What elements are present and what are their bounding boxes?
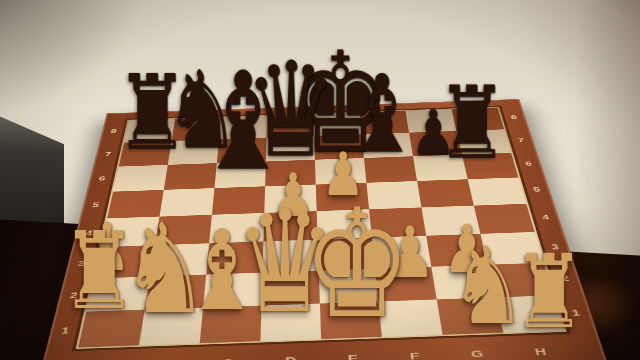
piece-white-knight-b1[interactable]: ♞ [120, 207, 209, 331]
piece-white-rook-h1[interactable]: ♜ [512, 242, 585, 344]
photo-scene: 12345678 12345678 ABCDEFGH ♜♞♝♛♚♝♟♜♜♟♞♝♛… [0, 0, 640, 360]
piece-black-rook-a7[interactable]: ♜ [115, 62, 189, 165]
piece-white-king-e1[interactable]: ♚ [303, 190, 411, 340]
pieces-layer: ♜♞♝♛♚♝♟♜♜♟♞♝♛♚♟♟♟♟♞♜ [0, 0, 640, 360]
piece-black-rook-h7[interactable]: ♜ [436, 73, 508, 173]
